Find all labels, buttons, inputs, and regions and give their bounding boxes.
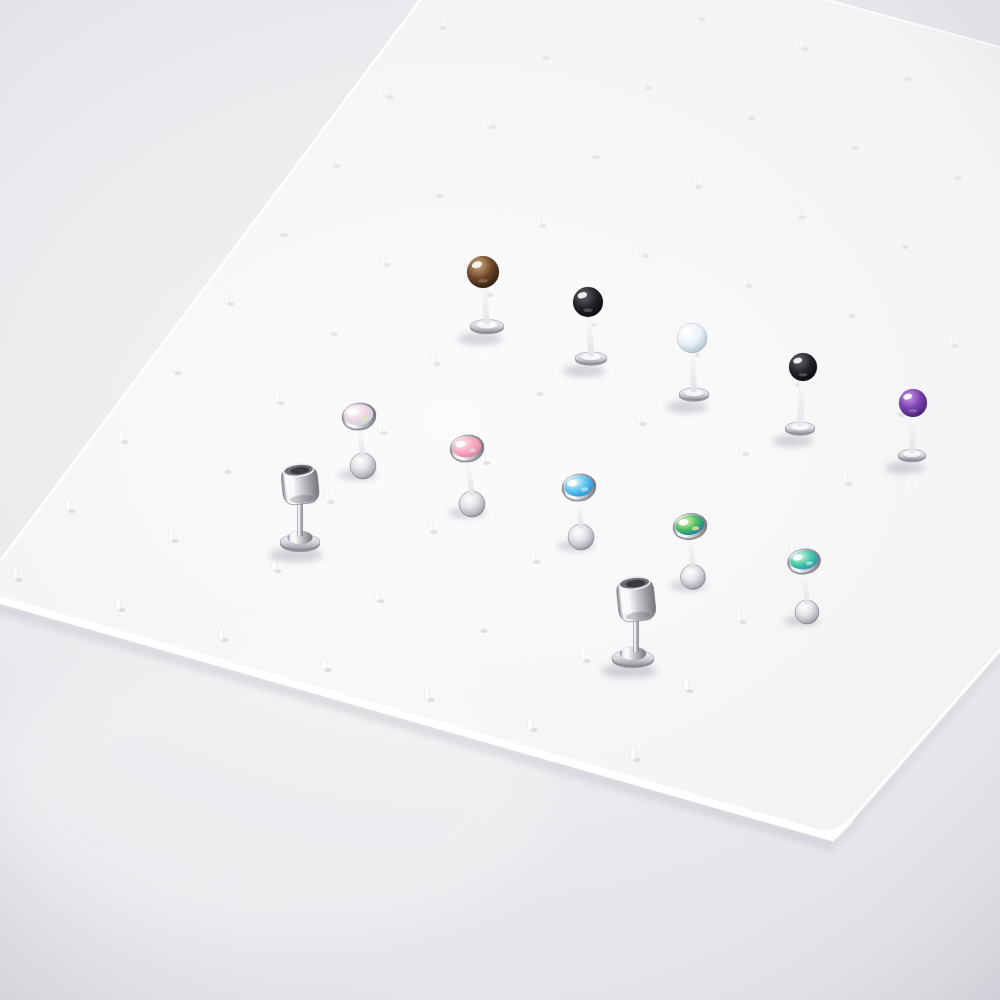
photo-canvas — [0, 0, 1000, 1000]
photo-vignette — [0, 0, 1000, 1000]
jewelry-display-photo — [0, 0, 1000, 1000]
